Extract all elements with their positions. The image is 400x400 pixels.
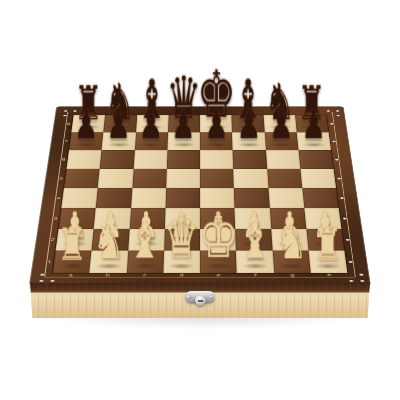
latch-screw-right bbox=[210, 295, 214, 299]
stud-dot bbox=[327, 110, 331, 112]
file-label-d: d bbox=[179, 273, 183, 278]
file-label-h: h bbox=[327, 273, 332, 278]
rank-label-8: 8 bbox=[65, 122, 72, 125]
stud-dot bbox=[349, 261, 353, 263]
stud-dot bbox=[359, 274, 363, 276]
white-rook[interactable]: ♜ bbox=[305, 222, 352, 266]
rank-label-7: 7 bbox=[62, 140, 69, 143]
file-label-g: g bbox=[290, 273, 295, 278]
rank-label-2: 2 bbox=[49, 238, 57, 242]
rank-label-3: 3 bbox=[52, 217, 60, 221]
file-label-a: a bbox=[68, 273, 73, 278]
stud-dot bbox=[349, 280, 353, 282]
stud-dot bbox=[336, 110, 340, 112]
stud-dot bbox=[330, 123, 334, 125]
rank-label-4: 4 bbox=[54, 196, 62, 199]
latch-knob-slot bbox=[198, 300, 203, 302]
stud-dot bbox=[340, 197, 344, 199]
file-label-e: e bbox=[216, 273, 220, 278]
rank-label-5: 5 bbox=[57, 177, 65, 180]
file-label-b: b bbox=[105, 273, 110, 278]
file-label-f: f bbox=[254, 273, 257, 278]
chess-box-photo: abcdefgh 12345678 ♜♞♝♛♚♝♞♜♟♟♟♟♟♟♟♟♟♟♟♟♟♟… bbox=[0, 0, 400, 400]
stud-dot bbox=[332, 140, 336, 142]
stud-dot bbox=[335, 159, 339, 161]
rank-label-1: 1 bbox=[46, 260, 54, 264]
piece-layer: ♜♞♝♛♚♝♞♜♟♟♟♟♟♟♟♟♟♟♟♟♟♟♟♟♜♞♝♛♚♝♞♜ bbox=[53, 115, 348, 273]
rank-label-6: 6 bbox=[60, 158, 68, 161]
stud-dot bbox=[337, 115, 341, 117]
stud-dot bbox=[360, 280, 364, 282]
latch bbox=[185, 291, 215, 311]
file-label-c: c bbox=[143, 273, 147, 278]
chess-board-lid: abcdefgh 12345678 ♜♞♝♛♚♝♞♜♟♟♟♟♟♟♟♟♟♟♟♟♟♟… bbox=[30, 107, 370, 285]
latch-screw-left bbox=[187, 295, 191, 299]
stud-dot bbox=[346, 239, 350, 241]
stud-dot bbox=[337, 177, 341, 179]
stud-dot bbox=[343, 217, 347, 219]
